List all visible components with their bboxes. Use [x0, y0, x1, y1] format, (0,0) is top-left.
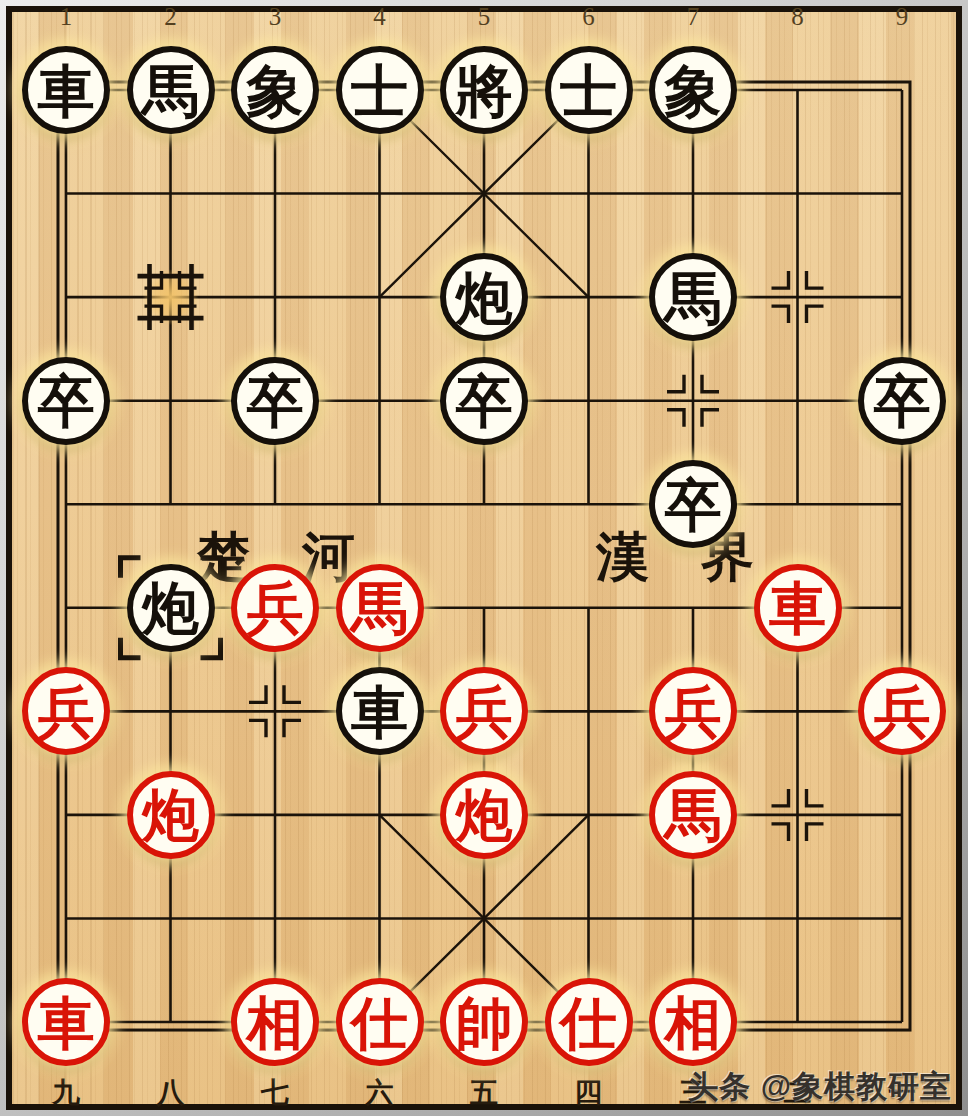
watermark: 头条 @象棋教研室	[687, 1066, 952, 1108]
piece-black-horse[interactable]: 馬	[649, 253, 737, 341]
piece-glyph: 仕	[560, 995, 617, 1052]
piece-glyph: 卒	[874, 373, 931, 430]
piece-glyph: 車	[38, 63, 95, 120]
piece-black-soldier[interactable]: 卒	[440, 357, 528, 445]
piece-black-chariot[interactable]: 車	[336, 667, 424, 755]
piece-red-cannon[interactable]: 炮	[127, 771, 215, 859]
piece-glyph: 炮	[142, 787, 199, 844]
piece-black-elephant[interactable]: 象	[649, 46, 737, 134]
piece-glyph: 將	[456, 63, 513, 120]
piece-red-advisor[interactable]: 仕	[336, 978, 424, 1066]
piece-black-advisor[interactable]: 士	[545, 46, 633, 134]
piece-red-elephant[interactable]: 相	[649, 978, 737, 1066]
piece-black-general[interactable]: 將	[440, 46, 528, 134]
piece-glyph: 卒	[665, 477, 722, 534]
piece-glyph: 炮	[456, 787, 513, 844]
piece-glyph: 車	[351, 684, 408, 741]
piece-glyph: 車	[38, 995, 95, 1052]
piece-red-soldier[interactable]: 兵	[649, 667, 737, 755]
piece-glyph: 卒	[38, 373, 95, 430]
piece-glyph: 象	[665, 63, 722, 120]
piece-red-cannon[interactable]: 炮	[440, 771, 528, 859]
piece-glyph: 卒	[456, 373, 513, 430]
piece-red-horse[interactable]: 馬	[649, 771, 737, 859]
piece-red-elephant[interactable]: 相	[231, 978, 319, 1066]
piece-glyph: 車	[769, 580, 826, 637]
piece-red-soldier[interactable]: 兵	[22, 667, 110, 755]
piece-black-soldier[interactable]: 卒	[649, 460, 737, 548]
pieces-layer: 車馬象士將士象炮馬卒卒卒卒卒炮車兵馬車兵兵兵兵炮炮馬車相仕帥仕相	[0, 0, 968, 1116]
piece-glyph: 士	[351, 63, 408, 120]
piece-glyph: 士	[560, 63, 617, 120]
piece-black-cannon[interactable]: 炮	[127, 564, 215, 652]
piece-glyph: 炮	[142, 580, 199, 637]
piece-glyph: 兵	[247, 580, 304, 637]
piece-glyph: 仕	[351, 995, 408, 1052]
piece-red-soldier[interactable]: 兵	[440, 667, 528, 755]
piece-glyph: 兵	[38, 684, 95, 741]
piece-glyph: 炮	[456, 270, 513, 327]
piece-glyph: 象	[247, 63, 304, 120]
piece-black-chariot[interactable]: 車	[22, 46, 110, 134]
piece-red-chariot[interactable]: 車	[22, 978, 110, 1066]
piece-glyph: 帥	[456, 995, 513, 1052]
piece-glyph: 兵	[874, 684, 931, 741]
piece-glyph: 馬	[142, 63, 199, 120]
piece-black-horse[interactable]: 馬	[127, 46, 215, 134]
piece-red-advisor[interactable]: 仕	[545, 978, 633, 1066]
piece-glyph: 相	[665, 995, 722, 1052]
piece-glyph: 相	[247, 995, 304, 1052]
piece-glyph: 兵	[665, 684, 722, 741]
piece-glyph: 馬	[665, 787, 722, 844]
piece-glyph: 兵	[456, 684, 513, 741]
piece-black-elephant[interactable]: 象	[231, 46, 319, 134]
piece-glyph: 馬	[351, 580, 408, 637]
piece-black-cannon[interactable]: 炮	[440, 253, 528, 341]
piece-red-general[interactable]: 帥	[440, 978, 528, 1066]
piece-red-soldier[interactable]: 兵	[858, 667, 946, 755]
piece-black-advisor[interactable]: 士	[336, 46, 424, 134]
piece-red-horse[interactable]: 馬	[336, 564, 424, 652]
piece-red-soldier[interactable]: 兵	[231, 564, 319, 652]
piece-glyph: 卒	[247, 373, 304, 430]
xiangqi-diagram: 楚 河 漢 界 123456789 九八七六五四三二一 車馬象士將士象炮馬卒卒卒…	[0, 0, 968, 1116]
piece-glyph: 馬	[665, 270, 722, 327]
piece-black-soldier[interactable]: 卒	[858, 357, 946, 445]
piece-black-soldier[interactable]: 卒	[22, 357, 110, 445]
piece-red-chariot[interactable]: 車	[754, 564, 842, 652]
piece-black-soldier[interactable]: 卒	[231, 357, 319, 445]
